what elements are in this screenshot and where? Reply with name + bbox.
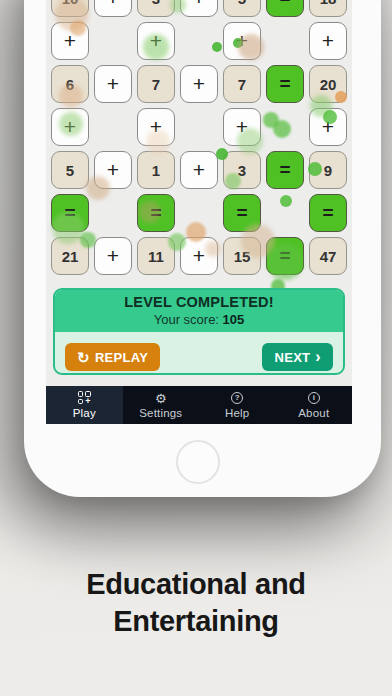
grid-cell-r1c2[interactable]: + <box>94 0 132 17</box>
grid-plus-icon: + <box>78 391 92 405</box>
nav-tab-about[interactable]: iAbout <box>276 386 353 424</box>
grid-cell-r4c7[interactable]: + <box>309 108 347 146</box>
grid-cell-r6c1[interactable]: = <box>51 194 89 232</box>
grid-cell-r2c1[interactable]: + <box>51 22 89 60</box>
grid-gap <box>94 108 132 146</box>
grid-cell-r3c5[interactable]: 7 <box>223 65 261 103</box>
level-completed-title: LEVEL COMPLETED! <box>55 294 343 310</box>
grid-cell-r2c3[interactable]: + <box>137 22 175 60</box>
grid-cell-r2c7[interactable]: + <box>309 22 347 60</box>
level-completed-panel: LEVEL COMPLETED! Your score: 105 ↻ REPLA… <box>53 288 345 375</box>
grid-cell-r4c5[interactable]: + <box>223 108 261 146</box>
puzzle-grid: 10+3+5=18++++6+7+7=20++++5+1+3=9====21+1… <box>51 0 347 275</box>
caption-line-2: Entertaining <box>0 603 392 640</box>
marketing-caption: Educational and Entertaining <box>0 566 392 640</box>
grid-cell-r7c5[interactable]: 15 <box>223 237 261 275</box>
grid-cell-r1c1[interactable]: 10 <box>51 0 89 17</box>
nav-tab-label: Play <box>73 407 96 419</box>
grid-gap <box>266 22 304 60</box>
score-value: 105 <box>223 312 245 327</box>
nav-tab-play[interactable]: +Play <box>46 386 123 424</box>
grid-cell-r7c2[interactable]: + <box>94 237 132 275</box>
grid-gap <box>266 194 304 232</box>
score-label: Your score: <box>154 312 223 327</box>
next-label: NEXT <box>274 350 310 365</box>
grid-cell-r4c1[interactable]: + <box>51 108 89 146</box>
grid-cell-r3c7[interactable]: 20 <box>309 65 347 103</box>
nav-tab-help[interactable]: ?Help <box>199 386 276 424</box>
grid-cell-r3c3[interactable]: 7 <box>137 65 175 103</box>
grid-cell-r3c2[interactable]: + <box>94 65 132 103</box>
grid-cell-r2c5[interactable]: + <box>223 22 261 60</box>
grid-cell-r1c5[interactable]: 5 <box>223 0 261 17</box>
nav-tab-label: Help <box>225 407 249 419</box>
grid-cell-r1c3[interactable]: 3 <box>137 0 175 17</box>
score-line: Your score: 105 <box>55 312 343 327</box>
nav-tab-label: Settings <box>139 407 182 419</box>
iphone-frame: 10+3+5=18++++6+7+7=20++++5+1+3=9====21+1… <box>24 0 381 497</box>
grid-gap <box>180 22 218 60</box>
grid-cell-r6c5[interactable]: = <box>223 194 261 232</box>
gear-icon: ⚙ <box>155 391 167 405</box>
grid-cell-r5c2[interactable]: + <box>94 151 132 189</box>
grid-cell-r4c3[interactable]: + <box>137 108 175 146</box>
grid-cell-r5c4[interactable]: + <box>180 151 218 189</box>
grid-cell-r7c6[interactable]: = <box>266 237 304 275</box>
grid-gap <box>180 194 218 232</box>
replay-label: REPLAY <box>95 350 148 365</box>
nav-tab-label: About <box>298 407 329 419</box>
grid-cell-r5c7[interactable]: 9 <box>309 151 347 189</box>
chevron-right-icon: › <box>315 349 321 365</box>
help-circle-icon: ? <box>231 391 243 405</box>
grid-cell-r1c4[interactable]: + <box>180 0 218 17</box>
banner-actions: ↻ REPLAY NEXT › <box>55 332 343 371</box>
grid-cell-r3c1[interactable]: 6 <box>51 65 89 103</box>
grid-cell-r6c7[interactable]: = <box>309 194 347 232</box>
home-button[interactable] <box>176 440 220 484</box>
grid-cell-r5c1[interactable]: 5 <box>51 151 89 189</box>
grid-gap <box>266 108 304 146</box>
grid-cell-r5c6[interactable]: = <box>266 151 304 189</box>
grid-cell-r7c4[interactable]: + <box>180 237 218 275</box>
grid-gap <box>94 194 132 232</box>
app-store-screenshot: 10+3+5=18++++6+7+7=20++++5+1+3=9====21+1… <box>0 0 392 696</box>
next-button[interactable]: NEXT › <box>262 343 333 371</box>
grid-cell-r7c3[interactable]: 11 <box>137 237 175 275</box>
grid-cell-r1c7[interactable]: 18 <box>309 0 347 17</box>
grid-cell-r6c3[interactable]: = <box>137 194 175 232</box>
grid-cell-r3c6[interactable]: = <box>266 65 304 103</box>
caption-line-1: Educational and <box>0 566 392 603</box>
grid-cell-r5c5[interactable]: 3 <box>223 151 261 189</box>
bottom-nav: +Play⚙Settings?HelpiAbout <box>46 386 352 424</box>
grid-cell-r7c7[interactable]: 47 <box>309 237 347 275</box>
replay-button[interactable]: ↻ REPLAY <box>65 343 160 371</box>
grid-gap <box>180 108 218 146</box>
level-completed-header: LEVEL COMPLETED! Your score: 105 <box>55 290 343 332</box>
grid-cell-r5c3[interactable]: 1 <box>137 151 175 189</box>
replay-icon: ↻ <box>77 350 90 365</box>
grid-cell-r3c4[interactable]: + <box>180 65 218 103</box>
grid-gap <box>94 22 132 60</box>
app-screen: 10+3+5=18++++6+7+7=20++++5+1+3=9====21+1… <box>46 0 352 424</box>
info-circle-icon: i <box>308 391 320 405</box>
nav-tab-settings[interactable]: ⚙Settings <box>123 386 200 424</box>
grid-cell-r1c6[interactable]: = <box>266 0 304 17</box>
grid-cell-r7c1[interactable]: 21 <box>51 237 89 275</box>
